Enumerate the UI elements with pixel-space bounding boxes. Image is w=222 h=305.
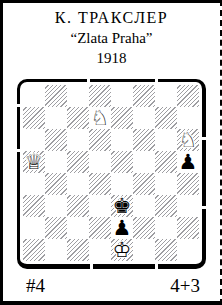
frame-notch — [90, 264, 93, 271]
black-king-e3: ♚ — [111, 195, 133, 217]
square-f6 — [133, 129, 155, 151]
square-c5 — [67, 151, 89, 173]
square-e3: ♚♚ — [111, 195, 133, 217]
problem-footer: #4 4+3 — [3, 269, 220, 297]
square-h4 — [177, 173, 199, 195]
square-e8 — [111, 85, 133, 107]
square-c4 — [67, 173, 89, 195]
square-b2 — [45, 217, 67, 239]
square-g1 — [155, 239, 177, 261]
square-b4 — [45, 173, 67, 195]
square-f3 — [133, 195, 155, 217]
square-f5 — [133, 151, 155, 173]
square-d3 — [89, 195, 111, 217]
frame-notch — [155, 264, 158, 271]
square-b5 — [45, 151, 67, 173]
square-f2 — [133, 217, 155, 239]
square-h6: ♞♘ — [177, 129, 199, 151]
square-d5 — [89, 151, 111, 173]
square-e1: ♚♔ — [111, 239, 133, 261]
square-d2 — [89, 217, 111, 239]
black-pawn-h5: ♟ — [177, 151, 199, 173]
square-g8 — [155, 85, 177, 107]
frame-notch — [15, 104, 20, 107]
square-e5 — [111, 151, 133, 173]
square-d6 — [89, 129, 111, 151]
square-a4 — [23, 173, 45, 195]
square-g6 — [155, 129, 177, 151]
white-knight-h6: ♘ — [177, 129, 199, 151]
square-b6 — [45, 129, 67, 151]
chess-board-frame: ♞♘♞♘♛♕♟♟♚♚♟♟♚♔ — [17, 79, 206, 269]
square-g7 — [155, 107, 177, 129]
frame-notch — [87, 77, 90, 82]
piece-halo: ♞ — [177, 129, 199, 151]
square-b7 — [45, 107, 67, 129]
square-f8 — [133, 85, 155, 107]
square-d7: ♞♘ — [89, 107, 111, 129]
square-c1 — [67, 239, 89, 261]
square-a1 — [23, 239, 45, 261]
chess-board: ♞♘♞♘♛♕♟♟♚♚♟♟♚♔ — [23, 85, 199, 261]
square-g5 — [155, 151, 177, 173]
square-f7 — [133, 107, 155, 129]
piece-halo: ♞ — [89, 107, 111, 129]
square-b8 — [45, 85, 67, 107]
square-c2 — [67, 217, 89, 239]
square-h1 — [177, 239, 199, 261]
square-d4 — [89, 173, 111, 195]
square-e6 — [111, 129, 133, 151]
frame-notch — [202, 206, 208, 209]
square-b1 — [45, 239, 67, 261]
white-queen-a5: ♕ — [23, 151, 45, 173]
square-g3 — [155, 195, 177, 217]
square-f1 — [133, 239, 155, 261]
white-king-e1: ♔ — [111, 239, 133, 261]
square-f4 — [133, 173, 155, 195]
piece-halo: ♚ — [111, 195, 133, 217]
material-count: 4+3 — [170, 275, 200, 297]
square-g2 — [155, 217, 177, 239]
square-a7 — [23, 107, 45, 129]
square-e2: ♟♟ — [111, 217, 133, 239]
piece-halo: ♟ — [177, 151, 199, 173]
stipulation-label: #4 — [26, 275, 45, 297]
square-a8 — [23, 85, 45, 107]
square-d8 — [89, 85, 111, 107]
square-h2 — [177, 217, 199, 239]
square-d1 — [89, 239, 111, 261]
piece-halo: ♛ — [23, 151, 45, 173]
problem-header: К. ТРАКСЛЕР “Zlata Praha” 1918 — [3, 3, 220, 68]
square-a2 — [23, 217, 45, 239]
square-e4 — [111, 173, 133, 195]
black-pawn-e2: ♟ — [111, 217, 133, 239]
square-c7 — [67, 107, 89, 129]
frame-notch — [202, 137, 208, 140]
square-a6 — [23, 129, 45, 151]
piece-halo: ♚ — [111, 239, 133, 261]
frame-notch — [155, 77, 158, 82]
square-e7 — [111, 107, 133, 129]
square-c8 — [67, 85, 89, 107]
square-b3 — [45, 195, 67, 217]
piece-halo: ♟ — [111, 217, 133, 239]
square-c3 — [67, 195, 89, 217]
square-c6 — [67, 129, 89, 151]
square-a5: ♛♕ — [23, 151, 45, 173]
square-h7 — [177, 107, 199, 129]
square-h8 — [177, 85, 199, 107]
white-knight-d7: ♘ — [89, 107, 111, 129]
publication-year: 1918 — [3, 48, 220, 68]
square-g4 — [155, 173, 177, 195]
square-a3 — [23, 195, 45, 217]
frame-notch — [15, 149, 20, 152]
square-h3 — [177, 195, 199, 217]
source-publication: “Zlata Praha” — [3, 28, 220, 48]
square-h5: ♟♟ — [177, 151, 199, 173]
diagram-page: К. ТРАКСЛЕР “Zlata Praha” 1918 ♞♘♞♘♛♕♟♟♚… — [0, 0, 222, 305]
composer-name: К. ТРАКСЛЕР — [3, 8, 220, 28]
